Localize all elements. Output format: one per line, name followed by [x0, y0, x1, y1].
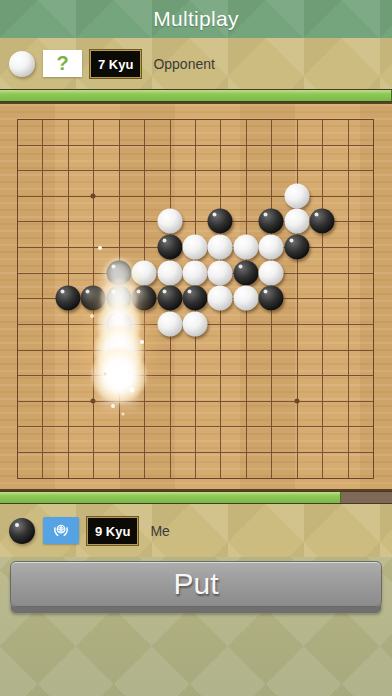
- star-point: [91, 398, 96, 403]
- stone-black: [284, 235, 309, 260]
- stone-white: [157, 260, 182, 285]
- black-stone-icon: [9, 518, 35, 544]
- stone-black: [81, 286, 106, 311]
- stone-black: [157, 235, 182, 260]
- star-point: [91, 193, 96, 198]
- stone-black: [259, 209, 284, 234]
- stone-black: [106, 363, 131, 388]
- stone-white: [259, 260, 284, 285]
- stone-white: [233, 286, 258, 311]
- un-flag-icon: [43, 517, 79, 544]
- stone-black: [157, 286, 182, 311]
- my-name: Me: [150, 523, 169, 539]
- star-point: [294, 398, 299, 403]
- stone-black: [233, 260, 258, 285]
- question-mark-icon: ?: [56, 52, 68, 75]
- stone-white: [208, 260, 233, 285]
- stone-white: [284, 183, 309, 208]
- opponent-rank-badge: 7 Kyu: [90, 50, 141, 78]
- opponent-timer-bar: [0, 89, 392, 102]
- my-rank-badge: 9 Kyu: [87, 517, 138, 545]
- header: Multiplay: [0, 0, 392, 38]
- go-board: [0, 102, 392, 491]
- me-bar: 9 Kyu Me: [0, 504, 392, 557]
- stone-black: [106, 337, 131, 362]
- stone-white: [259, 235, 284, 260]
- stone-black: [259, 286, 284, 311]
- stone-white: [183, 235, 208, 260]
- stone-black: [106, 311, 131, 336]
- opponent-bar: ? 7 Kyu Opponent: [0, 38, 392, 89]
- white-stone-icon: [9, 51, 35, 77]
- stone-black: [310, 209, 335, 234]
- stone-white: [157, 209, 182, 234]
- page-title: Multiplay: [153, 7, 239, 31]
- stone-black: [183, 286, 208, 311]
- stone-white: [284, 209, 309, 234]
- board-grid[interactable]: [17, 119, 374, 479]
- stone-black: [55, 286, 80, 311]
- my-timer-fill: [0, 492, 341, 503]
- stone-white: [233, 235, 258, 260]
- opponent-timer-fill: [0, 90, 392, 101]
- put-button[interactable]: Put: [10, 561, 382, 607]
- stone-white: [208, 286, 233, 311]
- stone-white: [208, 235, 233, 260]
- stone-white: [183, 311, 208, 336]
- app-screen: Multiplay ? 7 Kyu Opponent 9 Kyu: [0, 0, 392, 696]
- stone-white: [183, 260, 208, 285]
- opponent-avatar: ?: [43, 50, 82, 77]
- stone-black: [132, 286, 157, 311]
- stone-black: [208, 209, 233, 234]
- stone-black: [106, 286, 131, 311]
- stone-white: [132, 260, 157, 285]
- my-timer-bar: [0, 491, 392, 504]
- stone-white: [157, 311, 182, 336]
- opponent-name: Opponent: [153, 56, 215, 72]
- stone-black: [106, 260, 131, 285]
